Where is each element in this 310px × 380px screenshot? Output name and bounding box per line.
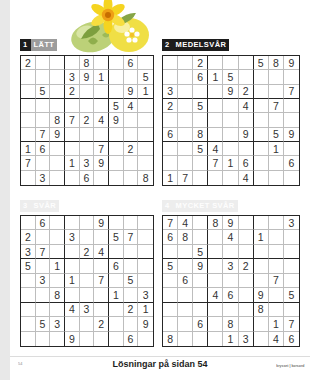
- cell-r3c8: [269, 85, 284, 99]
- cell-r3c5: 9: [223, 85, 238, 99]
- cell-r7c8: 2: [124, 303, 139, 317]
- cell-r8c9: [138, 156, 153, 170]
- cell-r5c8: 5: [124, 274, 139, 288]
- cell-r8c8: [269, 156, 284, 170]
- cell-r7c8: 2: [124, 142, 139, 156]
- cell-r6c5: [80, 128, 95, 142]
- cell-r8c9: 7: [284, 317, 299, 331]
- cell-r2c5: [80, 230, 95, 244]
- badge-number-1: 1: [20, 39, 31, 51]
- cell-r4c4: [208, 99, 223, 113]
- cell-r2c5: 4: [223, 230, 238, 244]
- cell-r1c4: [208, 56, 223, 70]
- cell-r2c8: 7: [124, 230, 139, 244]
- cell-r2c7: 5: [109, 230, 124, 244]
- cell-r8c1: 7: [21, 156, 36, 170]
- cell-r5c6: [239, 274, 254, 288]
- cell-r9c1: 8: [163, 332, 178, 346]
- cell-r2c9: [284, 230, 299, 244]
- cell-r4c8: [124, 259, 139, 273]
- cell-r2c3: [193, 230, 208, 244]
- cell-r9c9: [138, 332, 153, 346]
- cell-r3c1: [163, 245, 178, 259]
- cell-r2c6: 1: [94, 70, 109, 84]
- cell-r1c8: 6: [124, 56, 139, 70]
- cell-r2c6: [94, 230, 109, 244]
- cell-r2c7: [254, 70, 269, 84]
- cell-r5c4: 7: [65, 113, 80, 127]
- cell-r6c2: [36, 288, 51, 302]
- cell-r7c1: [21, 303, 36, 317]
- cell-r9c6: 3: [239, 332, 254, 346]
- cell-r4c4: [208, 259, 223, 273]
- cell-r6c4: [208, 128, 223, 142]
- cell-r5c5: [80, 274, 95, 288]
- cell-r4c8: [269, 259, 284, 273]
- cell-r3c7: [109, 245, 124, 259]
- cell-r7c1: [163, 142, 178, 156]
- cell-r5c7: [109, 274, 124, 288]
- cell-r9c2: [36, 332, 51, 346]
- cell-r3c6: [94, 85, 109, 99]
- cell-r1c5: 8: [80, 56, 95, 70]
- cell-r9c7: [109, 171, 124, 185]
- cell-r4c5: [80, 99, 95, 113]
- cell-r8c9: 6: [284, 156, 299, 170]
- sudoku-grid-3: 692357372451631758134321532996: [20, 215, 154, 347]
- cell-r6c6: [94, 128, 109, 142]
- cell-r3c2: [178, 85, 193, 99]
- cell-r9c8: [269, 171, 284, 185]
- cell-r9c7: [109, 332, 124, 346]
- cell-r9c1: [21, 171, 36, 185]
- cell-r8c2: [178, 156, 193, 170]
- cell-r9c2: [178, 332, 193, 346]
- cell-r5c1: [163, 274, 178, 288]
- cell-r4c4: [65, 99, 80, 113]
- cell-r5c7: [254, 274, 269, 288]
- cell-r4c1: 5: [163, 259, 178, 273]
- cell-r6c4: [65, 288, 80, 302]
- cell-r1c4: [65, 216, 80, 230]
- cell-r4c1: [21, 99, 36, 113]
- cell-r8c1: [163, 156, 178, 170]
- cell-r8c2: 5: [36, 317, 51, 331]
- cell-r2c2: [178, 70, 193, 84]
- cell-r5c7: 9: [109, 113, 124, 127]
- cell-r9c4: [208, 171, 223, 185]
- cell-r9c9: 6: [284, 332, 299, 346]
- cell-r1c7: [254, 216, 269, 230]
- cell-r1c6: [239, 56, 254, 70]
- cell-r7c2: [178, 142, 193, 156]
- cell-r1c1: [163, 56, 178, 70]
- cell-r9c3: [50, 332, 65, 346]
- cell-r9c7: [254, 171, 269, 185]
- badge-number-4: 4: [162, 200, 173, 212]
- cell-r4c8: 7: [269, 99, 284, 113]
- cell-r4c7: 6: [109, 259, 124, 273]
- cell-r5c4: [208, 274, 223, 288]
- page-number: 54: [18, 362, 22, 366]
- cell-r8c1: [21, 317, 36, 331]
- cell-r8c2: [36, 156, 51, 170]
- cell-r9c6: [94, 332, 109, 346]
- cell-r3c8: [124, 245, 139, 259]
- cell-r6c7: 1: [109, 288, 124, 302]
- badge-puzzle-2: 2 MEDELSVÅR: [162, 39, 229, 51]
- cell-r1c5: [80, 216, 95, 230]
- cell-r8c3: 3: [50, 317, 65, 331]
- cell-r9c2: 3: [36, 171, 51, 185]
- cell-r2c2: [36, 70, 51, 84]
- cell-r2c6: [239, 230, 254, 244]
- cell-r7c5: [80, 142, 95, 156]
- cell-r6c5: 6: [223, 288, 238, 302]
- cell-r2c6: [239, 70, 254, 84]
- cell-r4c9: [138, 99, 153, 113]
- cell-r7c7: [109, 142, 124, 156]
- badge-puzzle-3: 3 SVÅR: [20, 200, 59, 212]
- cell-r7c2: [36, 303, 51, 317]
- cell-r1c8: [124, 216, 139, 230]
- cell-r3c5: 2: [80, 245, 95, 259]
- cell-r2c3: [50, 70, 65, 84]
- cell-r9c4: [208, 332, 223, 346]
- footer-divider: [10, 356, 310, 357]
- cell-r5c1: [21, 113, 36, 127]
- cell-r5c6: 7: [94, 274, 109, 288]
- cell-r9c8: 6: [124, 332, 139, 346]
- cell-r6c8: [269, 288, 284, 302]
- cell-r8c2: [178, 317, 193, 331]
- easter-eggs-image: [66, 0, 154, 54]
- cell-r5c3: [50, 274, 65, 288]
- magazine-sudoku-page: 1 LÄTT 2 MEDELSVÅR 3 SVÅR 4 MYCKET SVÅR …: [10, 0, 310, 380]
- cell-r9c8: 4: [269, 332, 284, 346]
- cell-r4c7: 5: [109, 99, 124, 113]
- cell-r6c2: 7: [36, 128, 51, 142]
- cell-r7c3: [193, 303, 208, 317]
- cell-r7c4: 4: [65, 303, 80, 317]
- cell-r1c5: 9: [223, 216, 238, 230]
- cell-r7c5: [223, 142, 238, 156]
- cell-r7c3: 5: [193, 142, 208, 156]
- cell-r3c5: [80, 85, 95, 99]
- cell-r4c3: 9: [193, 259, 208, 273]
- cell-r6c8: 5: [269, 128, 284, 142]
- cell-r9c8: [124, 171, 139, 185]
- cell-r6c1: [21, 128, 36, 142]
- cell-r3c7: [109, 85, 124, 99]
- cell-r6c6: 9: [239, 128, 254, 142]
- cell-r1c3: [50, 216, 65, 230]
- cell-r4c1: 2: [163, 99, 178, 113]
- cell-r4c2: [178, 259, 193, 273]
- cell-r7c3: [50, 303, 65, 317]
- cell-r5c9: [284, 274, 299, 288]
- cell-r2c9: [138, 230, 153, 244]
- cell-r6c6: [94, 288, 109, 302]
- cell-r3c2: 5: [36, 85, 51, 99]
- cell-r8c8: [124, 156, 139, 170]
- cell-r7c6: [94, 303, 109, 317]
- cell-r8c7: [254, 317, 269, 331]
- cell-r8c5: 3: [80, 156, 95, 170]
- cell-r5c5: [223, 113, 238, 127]
- cell-r7c7: 8: [254, 303, 269, 317]
- cell-r8c8: [124, 317, 139, 331]
- cell-r1c3: [193, 216, 208, 230]
- cell-r2c1: 2: [21, 230, 36, 244]
- cell-r5c8: [124, 113, 139, 127]
- cell-r8c8: 1: [269, 317, 284, 331]
- cell-r9c6: [94, 171, 109, 185]
- cell-r3c1: [21, 85, 36, 99]
- cell-r3c3: [193, 85, 208, 99]
- cell-r4c5: [80, 259, 95, 273]
- cell-r6c2: [178, 288, 193, 302]
- cell-r9c3: [193, 171, 208, 185]
- cell-r6c7: [254, 128, 269, 142]
- cell-r1c9: [138, 216, 153, 230]
- cell-r6c3: 8: [193, 128, 208, 142]
- cell-r4c7: [254, 259, 269, 273]
- cell-r6c4: [65, 128, 80, 142]
- cell-r2c3: [50, 230, 65, 244]
- cell-r8c6: 2: [94, 317, 109, 331]
- cell-r3c8: [269, 245, 284, 259]
- sudoku-grid-1: 2863915529154872497916727139368: [20, 55, 154, 186]
- cell-r6c5: [80, 288, 95, 302]
- cell-r3c3: [50, 85, 65, 99]
- sudoku-grid-2: 258961539272547689595417166174: [162, 55, 300, 186]
- cell-r4c9: [138, 259, 153, 273]
- cell-r5c3: 8: [50, 113, 65, 127]
- badge-difficulty-3: SVÅR: [31, 200, 59, 212]
- cell-r1c9: 3: [284, 216, 299, 230]
- cell-r1c7: [109, 56, 124, 70]
- cell-r7c6: 7: [94, 142, 109, 156]
- cell-r2c9: 5: [138, 70, 153, 84]
- cell-r6c8: [124, 288, 139, 302]
- cell-r3c3: [50, 245, 65, 259]
- cell-r9c5: [80, 332, 95, 346]
- cell-r8c7: [254, 156, 269, 170]
- cell-r5c9: [138, 274, 153, 288]
- cell-r3c4: [208, 85, 223, 99]
- cell-r2c1: [21, 70, 36, 84]
- cell-r3c9: 1: [138, 85, 153, 99]
- cell-r2c8: [269, 230, 284, 244]
- cell-r3c6: 4: [94, 245, 109, 259]
- cell-r4c5: 3: [223, 259, 238, 273]
- cell-r8c5: [80, 317, 95, 331]
- cell-r8c3: 6: [193, 317, 208, 331]
- cell-r7c1: 1: [21, 142, 36, 156]
- cell-r6c5: [223, 128, 238, 142]
- cell-r6c8: [124, 128, 139, 142]
- cell-r2c1: 6: [163, 230, 178, 244]
- cell-r8c4: [208, 317, 223, 331]
- cell-r4c5: [223, 99, 238, 113]
- cell-r9c6: 4: [239, 171, 254, 185]
- cell-r1c6: 9: [94, 216, 109, 230]
- cell-r2c4: 3: [65, 230, 80, 244]
- cell-r7c4: [65, 142, 80, 156]
- cell-r1c7: 5: [254, 56, 269, 70]
- cell-r3c9: [138, 245, 153, 259]
- cell-r5c6: [239, 113, 254, 127]
- badge-difficulty-4: MYCKET SVÅR: [173, 200, 238, 212]
- cell-r3c2: [178, 245, 193, 259]
- cell-r8c1: [163, 317, 178, 331]
- cell-r3c7: [254, 85, 269, 99]
- cell-r1c2: 6: [36, 216, 51, 230]
- cell-r6c7: 9: [254, 288, 269, 302]
- cell-r1c2: 4: [178, 216, 193, 230]
- sudoku-grid-4: 748936841559326746958681781346: [162, 215, 300, 347]
- cell-r6c3: 8: [50, 288, 65, 302]
- cell-r5c7: [254, 113, 269, 127]
- cell-r2c7: [109, 70, 124, 84]
- cell-r7c5: [223, 303, 238, 317]
- cell-r7c7: [109, 303, 124, 317]
- cell-r7c9: [284, 142, 299, 156]
- cell-r4c1: 5: [21, 259, 36, 273]
- cell-r2c5: 5: [223, 70, 238, 84]
- cell-r5c3: [193, 274, 208, 288]
- cell-r4c3: [50, 99, 65, 113]
- cell-r3c4: 2: [65, 85, 80, 99]
- cell-r6c1: 6: [163, 128, 178, 142]
- badge-number-3: 3: [20, 200, 31, 212]
- cell-r9c1: 1: [163, 171, 178, 185]
- cell-r7c4: 4: [208, 142, 223, 156]
- cell-r4c6: 4: [239, 99, 254, 113]
- cell-r2c3: 6: [193, 70, 208, 84]
- cell-r7c8: [269, 303, 284, 317]
- cell-r3c7: [254, 245, 269, 259]
- cell-r8c6: 6: [239, 156, 254, 170]
- cell-r9c1: [21, 332, 36, 346]
- cell-r3c1: 3: [163, 85, 178, 99]
- cell-r1c2: [178, 56, 193, 70]
- cell-r5c2: [178, 113, 193, 127]
- badge-number-2: 2: [162, 39, 173, 51]
- cell-r8c6: [239, 317, 254, 331]
- cell-r2c9: [284, 70, 299, 84]
- cell-r1c8: [269, 216, 284, 230]
- cell-r3c8: 9: [124, 85, 139, 99]
- cell-r7c5: 3: [80, 303, 95, 317]
- cell-r4c9: [284, 259, 299, 273]
- cell-r2c2: [36, 230, 51, 244]
- cell-r8c3: [193, 156, 208, 170]
- cell-r3c1: 3: [21, 245, 36, 259]
- cell-r1c8: 8: [269, 56, 284, 70]
- cell-r2c4: 3: [65, 70, 80, 84]
- cell-r1c7: [109, 216, 124, 230]
- cell-r6c9: 3: [138, 288, 153, 302]
- cell-r5c4: 1: [65, 274, 80, 288]
- cell-r4c3: 5: [193, 99, 208, 113]
- cell-r8c4: 1: [65, 156, 80, 170]
- cell-r8c4: [65, 317, 80, 331]
- cell-r6c9: 5: [284, 288, 299, 302]
- cell-r8c7: [109, 317, 124, 331]
- cell-r9c5: 6: [80, 171, 95, 185]
- cell-r6c9: [138, 128, 153, 142]
- cell-r1c3: 2: [193, 56, 208, 70]
- cell-r4c6: 2: [239, 259, 254, 273]
- solutions-note: Lösningar på sidan 54: [10, 359, 310, 369]
- cell-r4c9: [284, 99, 299, 113]
- cell-r3c3: 5: [193, 245, 208, 259]
- cell-r5c9: [284, 113, 299, 127]
- cell-r5c8: 7: [269, 274, 284, 288]
- cell-r1c3: [50, 56, 65, 70]
- cell-r5c1: [163, 113, 178, 127]
- cell-r6c1: [163, 288, 178, 302]
- cell-r9c4: 9: [65, 332, 80, 346]
- cell-r5c4: [208, 113, 223, 127]
- cell-r1c1: [21, 216, 36, 230]
- cell-r8c5: 8: [223, 317, 238, 331]
- cell-r7c6: [239, 303, 254, 317]
- cell-r1c6: [94, 56, 109, 70]
- cell-r4c6: [94, 259, 109, 273]
- cell-r2c2: 8: [178, 230, 193, 244]
- cell-r5c5: 2: [80, 113, 95, 127]
- cell-r6c9: 9: [284, 128, 299, 142]
- cell-r7c7: [254, 142, 269, 156]
- cell-r6c6: [239, 288, 254, 302]
- cell-r8c5: 1: [223, 156, 238, 170]
- cell-r4c4: [65, 259, 80, 273]
- cell-r4c2: [178, 99, 193, 113]
- cell-r3c6: [239, 245, 254, 259]
- badge-difficulty-1: LÄTT: [31, 39, 58, 51]
- cell-r8c6: 9: [94, 156, 109, 170]
- cell-r7c4: [208, 303, 223, 317]
- cell-r5c9: [138, 113, 153, 127]
- cell-r2c4: 1: [208, 70, 223, 84]
- cell-r7c9: 1: [138, 303, 153, 317]
- cell-r4c8: 4: [124, 99, 139, 113]
- cell-r1c2: [36, 56, 51, 70]
- cell-r5c1: [21, 274, 36, 288]
- cell-r5c2: 3: [36, 274, 51, 288]
- cell-r7c6: [239, 142, 254, 156]
- cell-r3c4: [65, 245, 80, 259]
- cell-r7c9: [284, 303, 299, 317]
- cell-r8c4: 7: [208, 156, 223, 170]
- cell-r1c6: [239, 216, 254, 230]
- cell-r3c9: 7: [284, 85, 299, 99]
- cell-r9c5: 1: [223, 332, 238, 346]
- cell-r3c4: [208, 245, 223, 259]
- cell-r7c3: [50, 142, 65, 156]
- cell-r9c2: 7: [178, 171, 193, 185]
- cell-r9c9: 8: [138, 171, 153, 185]
- cell-r3c6: 2: [239, 85, 254, 99]
- cell-r6c3: [193, 288, 208, 302]
- cell-r9c9: [284, 171, 299, 185]
- cell-r7c1: [163, 303, 178, 317]
- cell-r1c5: [223, 56, 238, 70]
- cell-r2c1: [163, 70, 178, 84]
